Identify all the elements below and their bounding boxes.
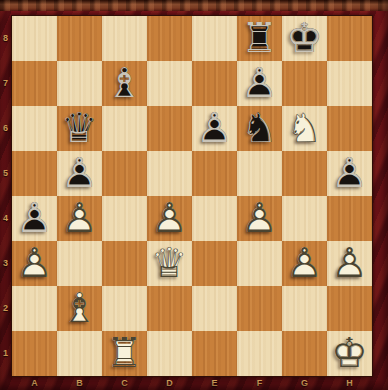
- square-b6[interactable]: ♛♕: [57, 106, 102, 151]
- square-e2[interactable]: [192, 286, 237, 331]
- square-h2[interactable]: [327, 286, 372, 331]
- file-label-f: F: [237, 375, 282, 390]
- square-a6[interactable]: [12, 106, 57, 151]
- file-label-h: H: [327, 375, 372, 390]
- pawn-outline-icon: ♙: [286, 241, 323, 286]
- square-c6[interactable]: [102, 106, 147, 151]
- square-g8[interactable]: ♚♔: [282, 16, 327, 61]
- knight-outline-icon: ♘: [286, 106, 323, 151]
- queen-outline-icon: ♕: [61, 106, 98, 151]
- square-b7[interactable]: [57, 61, 102, 106]
- rank-label-7: 7: [0, 60, 11, 105]
- square-c1[interactable]: ♜♖: [102, 331, 147, 376]
- square-g4[interactable]: [282, 196, 327, 241]
- file-label-d: D: [147, 375, 192, 390]
- piece-white-pawn-h3[interactable]: ♟♙: [327, 241, 372, 286]
- square-d3[interactable]: ♛♕: [147, 241, 192, 286]
- square-e8[interactable]: [192, 16, 237, 61]
- rank-label-4: 4: [0, 195, 11, 240]
- file-label-g: G: [282, 375, 327, 390]
- square-b3[interactable]: [57, 241, 102, 286]
- pawn-outline-icon: ♙: [331, 151, 368, 196]
- rank-label-3: 3: [0, 240, 11, 285]
- piece-white-queen-d3[interactable]: ♛♕: [147, 241, 192, 286]
- square-a8[interactable]: [12, 16, 57, 61]
- file-label-e: E: [192, 375, 237, 390]
- rank-label-1: 1: [0, 330, 11, 375]
- square-g3[interactable]: ♟♙: [282, 241, 327, 286]
- piece-black-king-g8[interactable]: ♚♔: [282, 16, 327, 61]
- rook-outline-icon: ♖: [106, 331, 143, 376]
- square-b5[interactable]: ♟♙: [57, 151, 102, 196]
- piece-black-pawn-e6[interactable]: ♟♙: [192, 106, 237, 151]
- square-h7[interactable]: [327, 61, 372, 106]
- pawn-outline-icon: ♙: [61, 196, 98, 241]
- square-f1[interactable]: [237, 331, 282, 376]
- square-b4[interactable]: ♟♙: [57, 196, 102, 241]
- piece-black-pawn-b5[interactable]: ♟♙: [57, 151, 102, 196]
- king-outline-icon: ♔: [286, 16, 323, 61]
- square-d1[interactable]: [147, 331, 192, 376]
- file-label-a: A: [12, 375, 57, 390]
- piece-black-rook-f8[interactable]: ♜♖: [237, 16, 282, 61]
- square-f5[interactable]: [237, 151, 282, 196]
- square-e4[interactable]: [192, 196, 237, 241]
- file-coordinates: ABCDEFGH: [12, 375, 372, 390]
- square-h5[interactable]: ♟♙: [327, 151, 372, 196]
- square-a3[interactable]: ♟♙: [12, 241, 57, 286]
- rank-label-8: 8: [0, 15, 11, 60]
- pawn-outline-icon: ♙: [16, 241, 53, 286]
- square-c3[interactable]: [102, 241, 147, 286]
- square-b2[interactable]: ♝♗: [57, 286, 102, 331]
- square-h3[interactable]: ♟♙: [327, 241, 372, 286]
- king-outline-icon: ♔: [331, 331, 368, 376]
- queen-outline-icon: ♕: [151, 241, 188, 286]
- piece-black-pawn-a4[interactable]: ♟♙: [12, 196, 57, 241]
- square-a5[interactable]: [12, 151, 57, 196]
- file-label-b: B: [57, 375, 102, 390]
- square-g5[interactable]: [282, 151, 327, 196]
- pawn-outline-icon: ♙: [151, 196, 188, 241]
- square-g2[interactable]: [282, 286, 327, 331]
- square-f7[interactable]: ♟♙: [237, 61, 282, 106]
- pawn-outline-icon: ♙: [16, 196, 53, 241]
- square-c4[interactable]: [102, 196, 147, 241]
- square-d2[interactable]: [147, 286, 192, 331]
- square-g6[interactable]: ♞♘: [282, 106, 327, 151]
- pawn-outline-icon: ♙: [241, 196, 278, 241]
- square-f2[interactable]: [237, 286, 282, 331]
- square-c5[interactable]: [102, 151, 147, 196]
- square-h1[interactable]: ♚♔: [327, 331, 372, 376]
- square-d4[interactable]: ♟♙: [147, 196, 192, 241]
- square-a2[interactable]: [12, 286, 57, 331]
- square-h8[interactable]: [327, 16, 372, 61]
- square-c8[interactable]: [102, 16, 147, 61]
- piece-white-bishop-b2[interactable]: ♝♗: [57, 286, 102, 331]
- piece-white-pawn-g3[interactable]: ♟♙: [282, 241, 327, 286]
- square-f3[interactable]: [237, 241, 282, 286]
- piece-white-pawn-f4[interactable]: ♟♙: [237, 196, 282, 241]
- knight-outline-icon: ♘: [241, 106, 278, 151]
- pawn-outline-icon: ♙: [61, 151, 98, 196]
- square-g1[interactable]: [282, 331, 327, 376]
- rook-outline-icon: ♖: [241, 16, 278, 61]
- chess-diagram: ♜♖♚♔♝♗♟♙♛♕♟♙♞♘♞♘♟♙♟♙♟♙♟♙♟♙♟♙♟♙♛♕♟♙♟♙♝♗♜♖…: [0, 0, 388, 390]
- square-e1[interactable]: [192, 331, 237, 376]
- bishop-outline-icon: ♗: [106, 61, 143, 106]
- piece-white-pawn-d4[interactable]: ♟♙: [147, 196, 192, 241]
- rank-label-6: 6: [0, 105, 11, 150]
- square-c7[interactable]: ♝♗: [102, 61, 147, 106]
- rank-label-2: 2: [0, 285, 11, 330]
- frame-top-bevel: [0, 0, 388, 11]
- piece-white-rook-c1[interactable]: ♜♖: [102, 331, 147, 376]
- square-c2[interactable]: [102, 286, 147, 331]
- square-d7[interactable]: [147, 61, 192, 106]
- square-h6[interactable]: [327, 106, 372, 151]
- square-e5[interactable]: [192, 151, 237, 196]
- square-b8[interactable]: [57, 16, 102, 61]
- square-a1[interactable]: [12, 331, 57, 376]
- piece-black-knight-f6[interactable]: ♞♘: [237, 106, 282, 151]
- square-f8[interactable]: ♜♖: [237, 16, 282, 61]
- piece-black-bishop-c7[interactable]: ♝♗: [102, 61, 147, 106]
- square-d6[interactable]: [147, 106, 192, 151]
- square-b1[interactable]: [57, 331, 102, 376]
- piece-white-pawn-b4[interactable]: ♟♙: [57, 196, 102, 241]
- square-d8[interactable]: [147, 16, 192, 61]
- square-g7[interactable]: [282, 61, 327, 106]
- square-e6[interactable]: ♟♙: [192, 106, 237, 151]
- piece-black-pawn-f7[interactable]: ♟♙: [237, 61, 282, 106]
- square-e7[interactable]: [192, 61, 237, 106]
- square-a7[interactable]: [12, 61, 57, 106]
- piece-black-queen-b6[interactable]: ♛♕: [57, 106, 102, 151]
- square-h4[interactable]: [327, 196, 372, 241]
- square-f6[interactable]: ♞♘: [237, 106, 282, 151]
- rank-label-5: 5: [0, 150, 11, 195]
- square-f4[interactable]: ♟♙: [237, 196, 282, 241]
- piece-white-pawn-a3[interactable]: ♟♙: [12, 241, 57, 286]
- piece-black-pawn-h5[interactable]: ♟♙: [327, 151, 372, 196]
- piece-white-knight-g6[interactable]: ♞♘: [282, 106, 327, 151]
- square-a4[interactable]: ♟♙: [12, 196, 57, 241]
- bishop-outline-icon: ♗: [61, 286, 98, 331]
- rank-coordinates: 87654321: [0, 15, 11, 375]
- pawn-outline-icon: ♙: [196, 106, 233, 151]
- piece-white-king-h1[interactable]: ♚♔: [327, 331, 372, 376]
- chess-board: ♜♖♚♔♝♗♟♙♛♕♟♙♞♘♞♘♟♙♟♙♟♙♟♙♟♙♟♙♟♙♛♕♟♙♟♙♝♗♜♖…: [11, 15, 373, 377]
- pawn-outline-icon: ♙: [331, 241, 368, 286]
- pawn-outline-icon: ♙: [241, 61, 278, 106]
- file-label-c: C: [102, 375, 147, 390]
- square-e3[interactable]: [192, 241, 237, 286]
- square-d5[interactable]: [147, 151, 192, 196]
